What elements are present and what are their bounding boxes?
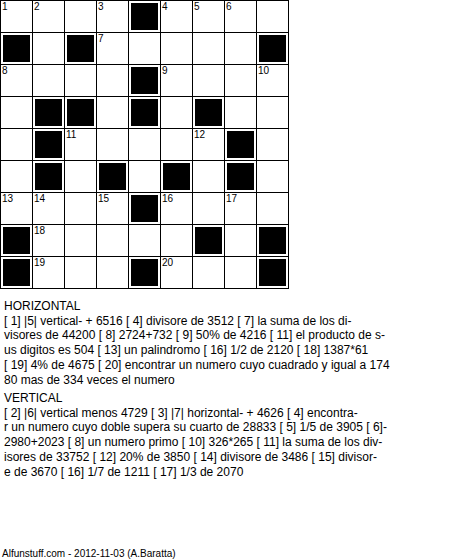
horizontal-clues-line-1: [ 1] |5| vertical- + 6516 [ 4] divisore … xyxy=(4,314,450,329)
entry-cell[interactable] xyxy=(161,33,192,64)
vertical-clues-line-2: r un numero cuyo doble supera su cuarto … xyxy=(4,420,450,435)
block-cell xyxy=(193,225,224,256)
entry-cell[interactable] xyxy=(33,33,64,64)
clue-number: 18 xyxy=(34,225,45,236)
entry-cell[interactable] xyxy=(257,97,288,128)
block-fill xyxy=(35,99,62,126)
entry-cell[interactable] xyxy=(225,97,256,128)
entry-cell[interactable] xyxy=(161,97,192,128)
entry-cell[interactable] xyxy=(257,1,288,32)
horizontal-clues-section: HORIZONTAL [ 1] |5| vertical- + 6516 [ 4… xyxy=(4,299,450,387)
clue-number: 8 xyxy=(2,65,8,76)
entry-cell[interactable]: 7 xyxy=(97,33,128,64)
entry-cell[interactable]: 5 xyxy=(193,1,224,32)
entry-cell[interactable]: 17 xyxy=(225,193,256,224)
block-fill xyxy=(131,3,158,30)
vertical-clues-line-1: [ 2] |6| vertical menos 4729 [ 3] |7| ho… xyxy=(4,406,450,421)
entry-cell[interactable] xyxy=(225,225,256,256)
horizontal-clues-title: HORIZONTAL xyxy=(4,299,450,314)
clue-number: 12 xyxy=(194,129,205,140)
clue-number: 20 xyxy=(162,257,173,268)
block-fill xyxy=(131,99,158,126)
crossnumber-puzzle-page: 1234567891011121314151617181920 HORIZONT… xyxy=(0,0,450,560)
entry-cell[interactable] xyxy=(1,129,32,160)
entry-cell[interactable] xyxy=(161,129,192,160)
entry-cell[interactable] xyxy=(257,129,288,160)
entry-cell[interactable]: 14 xyxy=(33,193,64,224)
block-cell xyxy=(65,97,96,128)
entry-cell[interactable] xyxy=(97,65,128,96)
entry-cell[interactable] xyxy=(193,193,224,224)
block-cell xyxy=(33,97,64,128)
block-fill xyxy=(131,259,158,286)
block-fill xyxy=(163,163,190,190)
block-fill xyxy=(99,163,126,190)
clue-number: 10 xyxy=(258,65,269,76)
entry-cell[interactable]: 3 xyxy=(97,1,128,32)
block-cell xyxy=(129,193,160,224)
block-cell xyxy=(257,257,288,288)
entry-cell[interactable]: 20 xyxy=(161,257,192,288)
clue-number: 16 xyxy=(162,193,173,204)
entry-cell[interactable] xyxy=(97,225,128,256)
entry-cell[interactable] xyxy=(129,129,160,160)
entry-cell[interactable] xyxy=(193,257,224,288)
clue-number: 6 xyxy=(226,1,232,12)
entry-cell[interactable] xyxy=(129,33,160,64)
block-cell xyxy=(129,1,160,32)
block-fill xyxy=(131,195,158,222)
block-fill xyxy=(259,227,286,254)
clue-number: 15 xyxy=(98,193,109,204)
entry-cell[interactable]: 1 xyxy=(1,1,32,32)
block-cell xyxy=(1,33,32,64)
entry-cell[interactable] xyxy=(65,193,96,224)
entry-cell[interactable]: 12 xyxy=(193,129,224,160)
entry-cell[interactable]: 16 xyxy=(161,193,192,224)
clue-number: 11 xyxy=(66,129,76,140)
block-cell xyxy=(129,257,160,288)
vertical-clues-line-3: 2980+2023 [ 8] un numero primo [ 10] 326… xyxy=(4,435,450,450)
clue-number: 2 xyxy=(34,1,40,12)
entry-cell[interactable] xyxy=(225,65,256,96)
entry-cell[interactable] xyxy=(161,225,192,256)
horizontal-clues-line-5: 80 mas de 334 veces el numero xyxy=(4,373,450,388)
block-cell xyxy=(129,65,160,96)
entry-cell[interactable] xyxy=(97,97,128,128)
entry-cell[interactable] xyxy=(1,97,32,128)
block-cell xyxy=(225,129,256,160)
entry-cell[interactable] xyxy=(97,129,128,160)
crossnumber-grid: 1234567891011121314151617181920 xyxy=(0,0,289,289)
block-cell xyxy=(1,257,32,288)
clue-number: 7 xyxy=(98,33,104,44)
block-cell xyxy=(129,97,160,128)
entry-cell[interactable] xyxy=(65,257,96,288)
entry-cell[interactable] xyxy=(65,65,96,96)
entry-cell[interactable]: 13 xyxy=(1,193,32,224)
entry-cell[interactable]: 11 xyxy=(65,129,96,160)
entry-cell[interactable] xyxy=(193,161,224,192)
horizontal-clues-line-4: [ 19] 4% de 4675 [ 20] encontrar un nume… xyxy=(4,358,450,373)
entry-cell[interactable]: 18 xyxy=(33,225,64,256)
entry-cell[interactable] xyxy=(225,257,256,288)
horizontal-clues-line-2: visores de 44200 [ 8] 2724+732 [ 9] 50% … xyxy=(4,328,450,343)
entry-cell[interactable] xyxy=(225,33,256,64)
entry-cell[interactable] xyxy=(33,65,64,96)
entry-cell[interactable] xyxy=(129,161,160,192)
entry-cell[interactable] xyxy=(193,65,224,96)
clue-number: 1 xyxy=(2,1,8,12)
clue-number: 9 xyxy=(162,65,168,76)
block-fill xyxy=(259,35,286,62)
block-cell xyxy=(161,161,192,192)
entry-cell[interactable]: 10 xyxy=(257,65,288,96)
entry-cell[interactable] xyxy=(65,1,96,32)
vertical-clues-line-5: e de 3670 [ 16] 1/7 de 1211 [ 17] 1/3 de… xyxy=(4,465,450,480)
clue-number: 13 xyxy=(2,193,13,204)
clue-number: 5 xyxy=(194,1,200,12)
footer-credit: Alfunstuff.com - 2012-11-03 (A.Baratta) xyxy=(2,548,176,560)
horizontal-clues-line-3: us digitos es 504 [ 13] un palindromo [ … xyxy=(4,343,450,358)
block-cell xyxy=(33,161,64,192)
entry-cell[interactable] xyxy=(257,161,288,192)
vertical-clues-title: VERTICAL xyxy=(4,391,450,406)
clue-number: 4 xyxy=(162,1,168,12)
block-fill xyxy=(227,163,254,190)
entry-cell[interactable] xyxy=(65,225,96,256)
entry-cell[interactable]: 6 xyxy=(225,1,256,32)
block-cell xyxy=(257,225,288,256)
entry-cell[interactable] xyxy=(1,161,32,192)
block-fill xyxy=(67,99,94,126)
vertical-clues-line-4: isores de 33752 [ 12] 20% de 3850 [ 14] … xyxy=(4,450,450,465)
block-fill xyxy=(35,131,62,158)
entry-cell[interactable]: 8 xyxy=(1,65,32,96)
block-cell xyxy=(65,33,96,64)
entry-cell[interactable] xyxy=(129,225,160,256)
block-fill xyxy=(259,259,286,286)
vertical-clues-section: VERTICAL [ 2] |6| vertical menos 4729 [ … xyxy=(4,391,450,479)
block-fill xyxy=(3,227,30,254)
block-fill xyxy=(195,227,222,254)
clue-number: 14 xyxy=(34,193,45,204)
entry-cell[interactable]: 4 xyxy=(161,1,192,32)
entry-cell[interactable] xyxy=(193,33,224,64)
clue-number: 17 xyxy=(226,193,237,204)
clue-number: 19 xyxy=(34,257,45,268)
block-fill xyxy=(67,35,94,62)
block-fill xyxy=(3,259,30,286)
entry-cell[interactable] xyxy=(97,257,128,288)
entry-cell[interactable]: 9 xyxy=(161,65,192,96)
block-fill xyxy=(195,99,222,126)
block-fill xyxy=(227,131,254,158)
block-cell xyxy=(97,161,128,192)
block-cell xyxy=(33,129,64,160)
block-fill xyxy=(35,163,62,190)
entry-cell[interactable]: 19 xyxy=(33,257,64,288)
entry-cell[interactable]: 15 xyxy=(97,193,128,224)
block-cell xyxy=(225,161,256,192)
block-fill xyxy=(131,67,158,94)
clue-number: 3 xyxy=(98,1,104,12)
entry-cell[interactable]: 2 xyxy=(33,1,64,32)
block-cell xyxy=(1,225,32,256)
block-cell xyxy=(257,33,288,64)
block-cell xyxy=(193,97,224,128)
entry-cell[interactable] xyxy=(257,193,288,224)
block-fill xyxy=(3,35,30,62)
entry-cell[interactable] xyxy=(65,161,96,192)
